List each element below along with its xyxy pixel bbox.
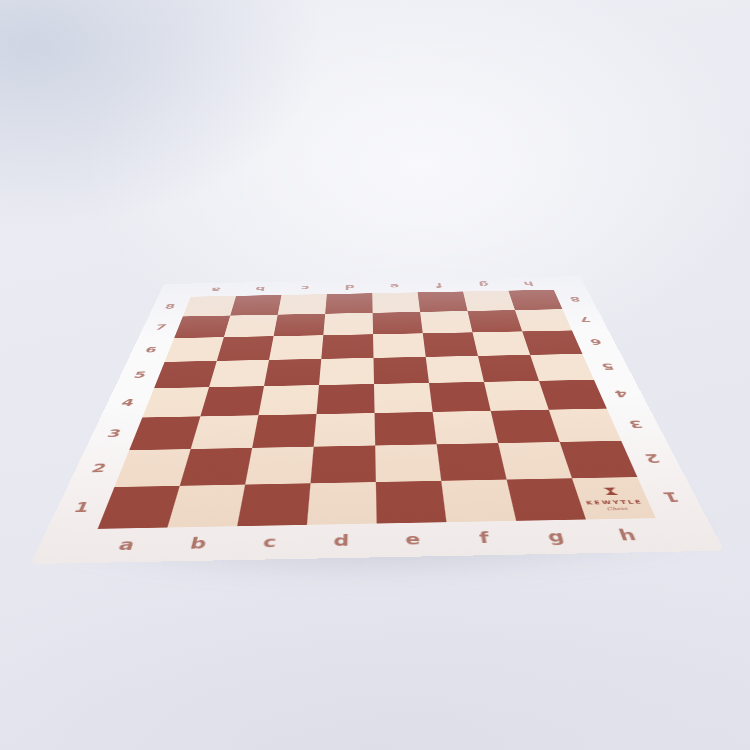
- square-g8[interactable]: [463, 291, 515, 311]
- board-scene: abcdefgh abcdefgh 87654321 87654321 KEWY…: [0, 0, 750, 750]
- square-b5[interactable]: [209, 360, 269, 387]
- chess-mat: abcdefgh abcdefgh 87654321 87654321 KEWY…: [31, 276, 724, 564]
- coordinate-label: b: [157, 526, 237, 561]
- square-f8[interactable]: [418, 291, 468, 311]
- square-a6[interactable]: [165, 337, 224, 362]
- board-perspective: abcdefgh abcdefgh 87654321 87654321 KEWY…: [31, 276, 724, 564]
- square-b7[interactable]: [224, 315, 278, 337]
- coordinate-label: h: [586, 518, 671, 553]
- square-g3[interactable]: [491, 410, 560, 443]
- square-a8[interactable]: [183, 296, 236, 317]
- square-d3[interactable]: [314, 413, 375, 447]
- square-g6[interactable]: [472, 331, 530, 355]
- coordinate-label: d: [304, 524, 377, 559]
- square-c1[interactable]: [237, 483, 310, 526]
- square-c3[interactable]: [252, 414, 316, 448]
- square-f3[interactable]: [433, 411, 499, 445]
- brand-subtitle: Chess: [606, 506, 628, 511]
- square-d5[interactable]: [319, 358, 374, 385]
- coordinate-label: d: [327, 280, 372, 294]
- square-f7[interactable]: [420, 311, 472, 333]
- coordinate-label: g: [460, 278, 508, 292]
- square-g5[interactable]: [478, 355, 539, 382]
- coordinate-label: g: [516, 519, 597, 554]
- square-c2[interactable]: [245, 447, 314, 485]
- square-d7[interactable]: [323, 313, 373, 335]
- square-f1[interactable]: [441, 480, 516, 523]
- square-c5[interactable]: [264, 359, 321, 386]
- square-a7[interactable]: [174, 316, 230, 339]
- hourglass-icon: [600, 485, 620, 499]
- square-c6[interactable]: [269, 335, 323, 360]
- square-f4[interactable]: [429, 382, 491, 412]
- square-d2[interactable]: [311, 445, 376, 483]
- square-b1[interactable]: [167, 485, 245, 528]
- coordinate-label: a: [191, 283, 240, 297]
- coordinate-label: f: [416, 278, 463, 292]
- square-e7[interactable]: [373, 312, 423, 334]
- coordinate-label: h: [504, 277, 554, 291]
- square-d1[interactable]: [307, 482, 377, 525]
- square-g7[interactable]: [468, 310, 523, 332]
- square-e6[interactable]: [373, 333, 426, 358]
- square-f6[interactable]: [423, 332, 478, 357]
- product-photo: abcdefgh abcdefgh 87654321 87654321 KEWY…: [0, 0, 750, 750]
- coordinate-label: c: [281, 281, 328, 295]
- square-b3[interactable]: [191, 415, 259, 449]
- coordinate-label: f: [446, 521, 524, 556]
- square-d4[interactable]: [316, 384, 374, 414]
- brand-name: KEWYTLE: [585, 500, 643, 506]
- coordinate-label: c: [231, 525, 307, 560]
- coordinate-label: a: [84, 528, 167, 563]
- square-e1[interactable]: [376, 481, 447, 524]
- square-c4[interactable]: [258, 385, 319, 415]
- square-c7[interactable]: [274, 314, 326, 336]
- square-e2[interactable]: [375, 444, 441, 482]
- square-b6[interactable]: [217, 336, 274, 361]
- square-b4[interactable]: [200, 386, 264, 416]
- square-d6[interactable]: [321, 334, 373, 359]
- coordinate-label: e: [372, 279, 418, 293]
- coordinate-label: 8: [554, 289, 597, 309]
- square-b2[interactable]: [180, 448, 252, 486]
- square-e5[interactable]: [373, 357, 428, 384]
- square-e4[interactable]: [374, 383, 433, 413]
- square-c8[interactable]: [278, 294, 327, 315]
- coordinate-label: b: [236, 282, 284, 296]
- square-f2[interactable]: [437, 443, 507, 481]
- square-e8[interactable]: [372, 292, 420, 312]
- square-a5[interactable]: [154, 361, 217, 388]
- square-e3[interactable]: [375, 412, 437, 446]
- square-b8[interactable]: [230, 295, 281, 316]
- square-f5[interactable]: [426, 356, 484, 383]
- square-g4[interactable]: [484, 381, 549, 411]
- coordinate-label: e: [377, 522, 451, 557]
- square-d8[interactable]: [325, 293, 372, 313]
